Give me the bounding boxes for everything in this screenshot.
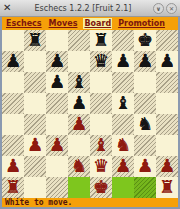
menu-bar: Eschecs Moves Board Promotion	[0, 17, 180, 30]
square-h2-wp[interactable]: ♟	[156, 156, 178, 177]
square-a8[interactable]	[2, 30, 24, 51]
square-b7[interactable]	[24, 51, 46, 72]
square-a7-bp[interactable]: ♟	[2, 51, 24, 72]
menu-item-moves[interactable]: Moves	[48, 18, 79, 29]
square-g2-wp[interactable]: ♟	[134, 156, 156, 177]
square-h5[interactable]	[156, 93, 178, 114]
square-e1-wk[interactable]: ♚	[90, 177, 112, 198]
window-bottom-border	[0, 207, 180, 209]
square-g6[interactable]	[134, 72, 156, 93]
square-g3[interactable]	[134, 135, 156, 156]
square-f4[interactable]	[112, 114, 134, 135]
square-b2[interactable]	[24, 156, 46, 177]
square-b6[interactable]	[24, 72, 46, 93]
square-d3[interactable]	[68, 135, 90, 156]
square-a6[interactable]	[2, 72, 24, 93]
square-f3-wn[interactable]: ♞	[112, 135, 134, 156]
square-b3-wp[interactable]: ♟	[24, 135, 46, 156]
square-h3[interactable]	[156, 135, 178, 156]
square-d7[interactable]	[68, 51, 90, 72]
board-area: ♜♜♚♟♟♛♟♟♟♟♝♟♝♟♞♟♟♝♞♟♞♛♟♟♟♜♚♜	[0, 30, 180, 198]
square-f2-wp[interactable]: ♟	[112, 156, 134, 177]
square-g4-bn[interactable]: ♞	[134, 114, 156, 135]
status-text: White to move.	[5, 198, 72, 207]
square-c7-bp[interactable]: ♟	[46, 51, 68, 72]
menu-item-eschecs[interactable]: Eschecs	[5, 18, 43, 29]
status-bar: White to move.	[0, 198, 180, 207]
square-d6-bb[interactable]: ♝	[68, 72, 90, 93]
square-h7-bp[interactable]: ♟	[156, 51, 178, 72]
square-h6[interactable]	[156, 72, 178, 93]
square-b4[interactable]	[24, 114, 46, 135]
title-bar[interactable]: ✕ Eschecs 1.2.2 [Fruit 2.1] ∨ ✕	[0, 0, 180, 17]
square-g5[interactable]	[134, 93, 156, 114]
minimize-button[interactable]: ∨	[153, 3, 164, 14]
square-d8[interactable]	[68, 30, 90, 51]
square-e5[interactable]	[90, 93, 112, 114]
square-e3-wb[interactable]: ♝	[90, 135, 112, 156]
square-c2[interactable]	[46, 156, 68, 177]
square-d1[interactable]	[68, 177, 90, 198]
square-b1[interactable]	[24, 177, 46, 198]
square-b5[interactable]	[24, 93, 46, 114]
square-c8[interactable]	[46, 30, 68, 51]
square-h4[interactable]	[156, 114, 178, 135]
square-e7-bq[interactable]: ♛	[90, 51, 112, 72]
square-c6-bp[interactable]: ♟	[46, 72, 68, 93]
square-a5[interactable]	[2, 93, 24, 114]
square-a2-wp[interactable]: ♟	[2, 156, 24, 177]
square-e6[interactable]	[90, 72, 112, 93]
square-e2-wq[interactable]: ♛	[90, 156, 112, 177]
square-h1-wr[interactable]: ♜	[156, 177, 178, 198]
square-a4[interactable]	[2, 114, 24, 135]
square-g8-bk[interactable]: ♚	[134, 30, 156, 51]
square-f1[interactable]	[112, 177, 134, 198]
square-g7-bp[interactable]: ♟	[134, 51, 156, 72]
chess-board: ♜♜♚♟♟♛♟♟♟♟♝♟♝♟♞♟♟♝♞♟♞♛♟♟♟♜♚♜	[2, 30, 178, 198]
square-a1-wr[interactable]: ♜	[2, 177, 24, 198]
square-d2-wn[interactable]: ♞	[68, 156, 90, 177]
menu-item-board[interactable]: Board	[83, 18, 112, 29]
square-f8[interactable]	[112, 30, 134, 51]
square-e8-br[interactable]: ♜	[90, 30, 112, 51]
square-d5-bp[interactable]: ♟	[68, 93, 90, 114]
square-c5[interactable]	[46, 93, 68, 114]
square-b8-br[interactable]: ♜	[24, 30, 46, 51]
menu-item-promotion[interactable]: Promotion	[117, 18, 166, 29]
close-button[interactable]: ✕	[166, 3, 177, 14]
square-c3-wp[interactable]: ♟	[46, 135, 68, 156]
square-f5-bb[interactable]: ♝	[112, 93, 134, 114]
square-a3[interactable]	[2, 135, 24, 156]
square-f6[interactable]	[112, 72, 134, 93]
square-e4[interactable]	[90, 114, 112, 135]
square-c1[interactable]	[46, 177, 68, 198]
window-title: Eschecs 1.2.2 [Fruit 2.1]	[15, 4, 151, 13]
square-f7-bp[interactable]: ♟	[112, 51, 134, 72]
square-d4-wp[interactable]: ♟	[68, 114, 90, 135]
square-h8[interactable]	[156, 30, 178, 51]
square-c4[interactable]	[46, 114, 68, 135]
eschecs-window: ✕ Eschecs 1.2.2 [Fruit 2.1] ∨ ✕ Eschecs …	[0, 0, 180, 209]
app-icon: ✕	[3, 2, 15, 14]
square-g1[interactable]	[134, 177, 156, 198]
